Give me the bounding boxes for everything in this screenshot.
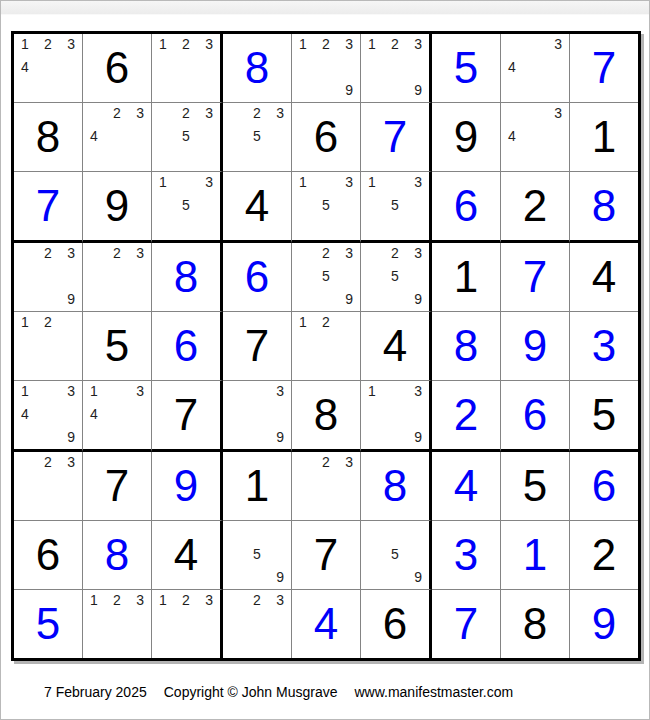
pencil-mark: 1 <box>299 175 307 189</box>
cell-value: 6 <box>223 243 291 311</box>
pencil-mark: 3 <box>276 593 284 607</box>
cell-value: 1 <box>432 243 500 311</box>
cell-value: 4 <box>432 452 500 520</box>
pencil-marks: 239 <box>14 243 82 311</box>
pencil-mark: 5 <box>322 269 330 283</box>
cell-r6c5[interactable]: 8 <box>292 381 361 452</box>
cell-r4c1[interactable]: 239 <box>14 243 83 312</box>
pencil-mark: 5 <box>182 129 190 143</box>
cell-r1c6[interactable]: 1239 <box>361 34 432 103</box>
pencil-mark: 2 <box>113 246 121 260</box>
cell-value: 1 <box>223 452 291 520</box>
pencil-mark: 5 <box>253 547 261 561</box>
pencil-mark: 3 <box>345 37 353 51</box>
cell-value: 6 <box>152 312 220 380</box>
cell-value: 8 <box>14 103 82 171</box>
cell-value: 4 <box>223 172 291 240</box>
cell-value: 8 <box>432 312 500 380</box>
cell-r1c9[interactable]: 7 <box>570 34 638 103</box>
cell-value: 3 <box>432 521 500 589</box>
cell-value: 7 <box>152 381 220 449</box>
pencil-marks: 123 <box>83 590 151 658</box>
cell-value: 6 <box>501 381 569 449</box>
pencil-marks: 23 <box>292 452 360 520</box>
cell-r1c8[interactable]: 34 <box>501 34 570 103</box>
cell-value: 6 <box>570 452 638 520</box>
pencil-mark: 2 <box>182 106 190 120</box>
cell-r6c8[interactable]: 6 <box>501 381 570 452</box>
cell-r7c2[interactable]: 7 <box>83 452 152 521</box>
pencil-mark: 3 <box>67 384 75 398</box>
cell-r7c4[interactable]: 1 <box>223 452 292 521</box>
cell-r8c1[interactable]: 6 <box>14 521 83 590</box>
pencil-mark: 1 <box>21 315 29 329</box>
cell-value: 9 <box>432 103 500 171</box>
pencil-marks: 135 <box>292 172 360 240</box>
cell-value: 6 <box>83 34 151 102</box>
cell-r7c7[interactable]: 4 <box>432 452 501 521</box>
pencil-mark: 9 <box>414 430 422 444</box>
pencil-mark: 1 <box>21 384 29 398</box>
pencil-marks: 1234 <box>14 34 82 102</box>
pencil-mark: 1 <box>299 37 307 51</box>
cell-r2c3[interactable]: 235 <box>152 103 223 172</box>
cell-r1c4[interactable]: 8 <box>223 34 292 103</box>
cell-r9c1[interactable]: 5 <box>14 590 83 658</box>
cell-r2c2[interactable]: 234 <box>83 103 152 172</box>
pencil-mark: 5 <box>391 547 399 561</box>
pencil-mark: 9 <box>345 292 353 306</box>
cell-value: 7 <box>501 243 569 311</box>
pencil-mark: 4 <box>508 129 516 143</box>
cell-r6c6[interactable]: 139 <box>361 381 432 452</box>
cell-r7c9[interactable]: 6 <box>570 452 638 521</box>
cell-r4c8[interactable]: 7 <box>501 243 570 312</box>
cell-value: 7 <box>223 312 291 380</box>
cell-r5c3[interactable]: 6 <box>152 312 223 381</box>
pencil-mark: 3 <box>67 246 75 260</box>
cell-r3c3[interactable]: 135 <box>152 172 223 243</box>
cell-value: 8 <box>223 34 291 102</box>
pencil-mark: 9 <box>414 292 422 306</box>
pencil-mark: 1 <box>21 37 29 51</box>
cell-value: 2 <box>570 521 638 589</box>
pencil-mark: 1 <box>299 315 307 329</box>
pencil-mark: 3 <box>276 384 284 398</box>
pencil-marks: 2359 <box>361 243 429 311</box>
footer-date: 7 February 2025 <box>44 684 147 700</box>
cell-value: 4 <box>361 312 429 380</box>
cell-value: 2 <box>432 381 500 449</box>
cell-r1c3[interactable]: 123 <box>152 34 223 103</box>
cell-r9c7[interactable]: 7 <box>432 590 501 658</box>
pencil-mark: 2 <box>113 106 121 120</box>
pencil-marks: 235 <box>152 103 220 171</box>
cell-r5c7[interactable]: 8 <box>432 312 501 381</box>
pencil-mark: 3 <box>136 106 144 120</box>
cell-r8c6[interactable]: 59 <box>361 521 432 590</box>
pencil-marks: 134 <box>83 381 151 449</box>
pencil-marks: 2359 <box>292 243 360 311</box>
pencil-mark: 3 <box>67 455 75 469</box>
pencil-mark: 2 <box>322 455 330 469</box>
pencil-mark: 1 <box>90 593 98 607</box>
pencil-mark: 9 <box>276 430 284 444</box>
pencil-marks: 234 <box>83 103 151 171</box>
cell-r4c3[interactable]: 8 <box>152 243 223 312</box>
cell-r5c5[interactable]: 12 <box>292 312 361 381</box>
cell-r6c3[interactable]: 7 <box>152 381 223 452</box>
cell-r8c5[interactable]: 7 <box>292 521 361 590</box>
pencil-mark: 3 <box>205 37 213 51</box>
cell-value: 5 <box>432 34 500 102</box>
cell-value: 8 <box>83 521 151 589</box>
cell-r3c8[interactable]: 2 <box>501 172 570 243</box>
cell-value: 5 <box>501 452 569 520</box>
cell-value: 8 <box>152 243 220 311</box>
cell-value: 8 <box>570 172 638 240</box>
pencil-mark: 9 <box>414 570 422 584</box>
cell-r4c6[interactable]: 2359 <box>361 243 432 312</box>
pencil-marks: 12 <box>292 312 360 380</box>
cell-r3c9[interactable]: 8 <box>570 172 638 243</box>
cell-value: 6 <box>292 103 360 171</box>
cell-r3c6[interactable]: 135 <box>361 172 432 243</box>
pencil-mark: 1 <box>90 384 98 398</box>
cell-r6c1[interactable]: 1349 <box>14 381 83 452</box>
cell-value: 7 <box>361 103 429 171</box>
cell-r5c6[interactable]: 4 <box>361 312 432 381</box>
cell-r9c4[interactable]: 23 <box>223 590 292 658</box>
pencil-marks: 59 <box>361 521 429 589</box>
pencil-mark: 2 <box>391 37 399 51</box>
cell-r8c2[interactable]: 8 <box>83 521 152 590</box>
pencil-mark: 5 <box>253 129 261 143</box>
pencil-mark: 5 <box>391 269 399 283</box>
pencil-marks: 39 <box>223 381 291 449</box>
pencil-marks: 23 <box>14 452 82 520</box>
cell-r5c8[interactable]: 9 <box>501 312 570 381</box>
pencil-mark: 1 <box>368 384 376 398</box>
pencil-mark: 2 <box>44 246 52 260</box>
pencil-mark: 3 <box>345 175 353 189</box>
cell-r2c5[interactable]: 6 <box>292 103 361 172</box>
pencil-mark: 1 <box>368 175 376 189</box>
pencil-mark: 2 <box>182 37 190 51</box>
pencil-marks: 12 <box>14 312 82 380</box>
cell-r2c9[interactable]: 1 <box>570 103 638 172</box>
cell-value: 9 <box>501 312 569 380</box>
cell-value: 4 <box>292 590 360 658</box>
cell-r9c8[interactable]: 8 <box>501 590 570 658</box>
cell-value: 4 <box>152 521 220 589</box>
pencil-marks: 139 <box>361 381 429 449</box>
pencil-mark: 5 <box>322 198 330 212</box>
cell-r5c9[interactable]: 3 <box>570 312 638 381</box>
pencil-mark: 3 <box>205 175 213 189</box>
pencil-mark: 1 <box>159 175 167 189</box>
pencil-mark: 2 <box>44 315 52 329</box>
cell-r2c4[interactable]: 235 <box>223 103 292 172</box>
cell-r2c6[interactable]: 7 <box>361 103 432 172</box>
cell-value: 7 <box>570 34 638 102</box>
pencil-mark: 5 <box>391 198 399 212</box>
pencil-marks: 23 <box>83 243 151 311</box>
cell-value: 6 <box>432 172 500 240</box>
pencil-mark: 2 <box>322 315 330 329</box>
cell-r5c2[interactable]: 5 <box>83 312 152 381</box>
footer: 7 February 2025Copyright © John Musgrave… <box>44 684 513 700</box>
pencil-mark: 2 <box>44 455 52 469</box>
pencil-mark: 3 <box>345 455 353 469</box>
cell-r2c7[interactable]: 9 <box>432 103 501 172</box>
cell-value: 9 <box>83 172 151 240</box>
cell-r4c2[interactable]: 23 <box>83 243 152 312</box>
cell-value: 3 <box>570 312 638 380</box>
cell-r9c9[interactable]: 9 <box>570 590 638 658</box>
cell-value: 8 <box>501 590 569 658</box>
cell-r3c2[interactable]: 9 <box>83 172 152 243</box>
cell-r4c5[interactable]: 2359 <box>292 243 361 312</box>
cell-r5c1[interactable]: 12 <box>14 312 83 381</box>
pencil-marks: 1239 <box>361 34 429 102</box>
cell-r5c4[interactable]: 7 <box>223 312 292 381</box>
pencil-mark: 1 <box>159 593 167 607</box>
pencil-mark: 4 <box>21 407 29 421</box>
cell-value: 9 <box>570 590 638 658</box>
cell-r2c8[interactable]: 34 <box>501 103 570 172</box>
cell-r1c7[interactable]: 5 <box>432 34 501 103</box>
pencil-mark: 4 <box>21 60 29 74</box>
pencil-mark: 4 <box>508 60 516 74</box>
pencil-mark: 4 <box>90 407 98 421</box>
cell-value: 9 <box>152 452 220 520</box>
cell-r6c2[interactable]: 134 <box>83 381 152 452</box>
pencil-mark: 4 <box>90 129 98 143</box>
cell-r8c3[interactable]: 4 <box>152 521 223 590</box>
cell-value: 7 <box>432 590 500 658</box>
cell-r3c7[interactable]: 6 <box>432 172 501 243</box>
cell-r4c9[interactable]: 4 <box>570 243 638 312</box>
cell-value: 5 <box>83 312 151 380</box>
cell-r9c2[interactable]: 123 <box>83 590 152 658</box>
pencil-mark: 3 <box>276 106 284 120</box>
pencil-mark: 9 <box>67 292 75 306</box>
pencil-mark: 3 <box>205 593 213 607</box>
cell-r9c6[interactable]: 6 <box>361 590 432 658</box>
pencil-mark: 1 <box>159 37 167 51</box>
cell-value: 6 <box>14 521 82 589</box>
cell-r3c5[interactable]: 135 <box>292 172 361 243</box>
cell-value: 8 <box>292 381 360 449</box>
pencil-marks: 1349 <box>14 381 82 449</box>
cell-r6c7[interactable]: 2 <box>432 381 501 452</box>
cell-r1c2[interactable]: 6 <box>83 34 152 103</box>
pencil-marks: 123 <box>152 34 220 102</box>
pencil-marks: 135 <box>152 172 220 240</box>
pencil-mark: 2 <box>391 246 399 260</box>
pencil-mark: 2 <box>253 106 261 120</box>
pencil-mark: 2 <box>182 593 190 607</box>
pencil-mark: 3 <box>554 37 562 51</box>
cell-value: 7 <box>83 452 151 520</box>
cell-r7c8[interactable]: 5 <box>501 452 570 521</box>
cell-value: 6 <box>361 590 429 658</box>
cell-r8c7[interactable]: 3 <box>432 521 501 590</box>
cell-r8c4[interactable]: 59 <box>223 521 292 590</box>
pencil-mark: 3 <box>136 246 144 260</box>
footer-copyright: Copyright © John Musgrave <box>164 684 338 700</box>
cell-r4c7[interactable]: 1 <box>432 243 501 312</box>
pencil-mark: 2 <box>322 37 330 51</box>
cell-r3c1[interactable]: 7 <box>14 172 83 243</box>
pencil-marks: 1239 <box>292 34 360 102</box>
cell-value: 4 <box>570 243 638 311</box>
cell-r6c9[interactable]: 5 <box>570 381 638 452</box>
cell-r8c8[interactable]: 1 <box>501 521 570 590</box>
cell-value: 5 <box>570 381 638 449</box>
pencil-marks: 34 <box>501 103 569 171</box>
pencil-mark: 3 <box>414 37 422 51</box>
pencil-marks: 123 <box>152 590 220 658</box>
cell-r1c5[interactable]: 1239 <box>292 34 361 103</box>
sudoku-board: 1234612381239123953478234235235679341791… <box>11 31 641 661</box>
cell-r3c4[interactable]: 4 <box>223 172 292 243</box>
pencil-marks: 235 <box>223 103 291 171</box>
pencil-mark: 3 <box>414 175 422 189</box>
cell-value: 1 <box>570 103 638 171</box>
cell-value: 2 <box>501 172 569 240</box>
cell-r4c4[interactable]: 6 <box>223 243 292 312</box>
pencil-mark: 3 <box>205 106 213 120</box>
pencil-mark: 3 <box>136 593 144 607</box>
pencil-marks: 34 <box>501 34 569 102</box>
pencil-mark: 3 <box>345 246 353 260</box>
pencil-mark: 9 <box>67 430 75 444</box>
cell-value: 7 <box>292 521 360 589</box>
pencil-marks: 135 <box>361 172 429 240</box>
cell-r7c1[interactable]: 23 <box>14 452 83 521</box>
cell-value: 8 <box>361 452 429 520</box>
cell-r1c1[interactable]: 1234 <box>14 34 83 103</box>
pencil-mark: 9 <box>276 570 284 584</box>
pencil-marks: 59 <box>223 521 291 589</box>
cell-value: 1 <box>501 521 569 589</box>
cell-r7c5[interactable]: 23 <box>292 452 361 521</box>
pencil-mark: 2 <box>322 246 330 260</box>
pencil-mark: 2 <box>113 593 121 607</box>
footer-website[interactable]: www.manifestmaster.com <box>354 684 513 700</box>
pencil-mark: 3 <box>136 384 144 398</box>
pencil-mark: 3 <box>414 246 422 260</box>
pencil-mark: 9 <box>345 83 353 97</box>
cell-r7c3[interactable]: 9 <box>152 452 223 521</box>
pencil-mark: 2 <box>253 593 261 607</box>
cell-r9c3[interactable]: 123 <box>152 590 223 658</box>
window-top-bar <box>1 1 649 15</box>
pencil-mark: 9 <box>414 83 422 97</box>
cell-r8c9[interactable]: 2 <box>570 521 638 590</box>
pencil-mark: 1 <box>368 37 376 51</box>
cell-r6c4[interactable]: 39 <box>223 381 292 452</box>
cell-r7c6[interactable]: 8 <box>361 452 432 521</box>
cell-r2c1[interactable]: 8 <box>14 103 83 172</box>
pencil-mark: 3 <box>554 106 562 120</box>
pencil-mark: 3 <box>67 37 75 51</box>
pencil-marks: 23 <box>223 590 291 658</box>
cell-r9c5[interactable]: 4 <box>292 590 361 658</box>
pencil-mark: 5 <box>182 198 190 212</box>
pencil-mark: 3 <box>414 384 422 398</box>
cell-value: 5 <box>14 590 82 658</box>
pencil-mark: 2 <box>44 37 52 51</box>
cell-value: 7 <box>14 172 82 240</box>
